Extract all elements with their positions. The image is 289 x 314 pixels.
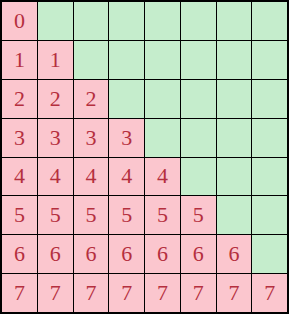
cell-r7-c0-digit: 7 (2, 274, 37, 312)
cell-r5-c6-empty (217, 196, 252, 234)
cell-r3-c2-digit: 3 (74, 119, 109, 157)
cell-r3-c7-empty (252, 119, 287, 157)
cell-r5-c5-digit: 5 (181, 196, 216, 234)
triangular-matrix-board: 011222333344444555555666666677777777 (0, 0, 289, 314)
cell-r3-c1-digit: 3 (38, 119, 73, 157)
cell-r1-c1-digit: 1 (38, 41, 73, 79)
cell-r0-c2-empty (74, 2, 109, 40)
cell-r1-c5-empty (181, 41, 216, 79)
cell-r7-c3-digit: 7 (109, 274, 144, 312)
cell-r0-c1-empty (38, 2, 73, 40)
cell-r7-c7-digit: 7 (252, 274, 287, 312)
cell-r1-c3-empty (109, 41, 144, 79)
cell-r1-c6-empty (217, 41, 252, 79)
cell-r4-c4-digit: 4 (145, 158, 180, 196)
cell-r1-c0-digit: 1 (2, 41, 37, 79)
cell-r2-c1-digit: 2 (38, 80, 73, 118)
cell-r1-c2-empty (74, 41, 109, 79)
cell-r4-c3-digit: 4 (109, 158, 144, 196)
cell-r6-c4-digit: 6 (145, 235, 180, 273)
cell-r4-c5-empty (181, 158, 216, 196)
cell-r7-c4-digit: 7 (145, 274, 180, 312)
cell-r6-c6-digit: 6 (217, 235, 252, 273)
cell-r5-c7-empty (252, 196, 287, 234)
cell-r1-c4-empty (145, 41, 180, 79)
cell-r7-c1-digit: 7 (38, 274, 73, 312)
cell-r5-c4-digit: 5 (145, 196, 180, 234)
cell-r4-c1-digit: 4 (38, 158, 73, 196)
cell-r6-c2-digit: 6 (74, 235, 109, 273)
cell-r0-c6-empty (217, 2, 252, 40)
cell-r2-c6-empty (217, 80, 252, 118)
cell-r1-c7-empty (252, 41, 287, 79)
cell-r3-c0-digit: 3 (2, 119, 37, 157)
cell-r3-c5-empty (181, 119, 216, 157)
cell-r0-c4-empty (145, 2, 180, 40)
cell-r6-c5-digit: 6 (181, 235, 216, 273)
cell-r6-c3-digit: 6 (109, 235, 144, 273)
cell-r7-c5-digit: 7 (181, 274, 216, 312)
cell-r4-c2-digit: 4 (74, 158, 109, 196)
cell-r7-c2-digit: 7 (74, 274, 109, 312)
cell-r3-c3-digit: 3 (109, 119, 144, 157)
cell-r0-c5-empty (181, 2, 216, 40)
cell-r2-c5-empty (181, 80, 216, 118)
cell-r5-c1-digit: 5 (38, 196, 73, 234)
cell-r4-c7-empty (252, 158, 287, 196)
cell-r2-c0-digit: 2 (2, 80, 37, 118)
cell-r2-c2-digit: 2 (74, 80, 109, 118)
cell-r0-c7-empty (252, 2, 287, 40)
cell-r3-c6-empty (217, 119, 252, 157)
cell-r5-c0-digit: 5 (2, 196, 37, 234)
cell-r6-c7-empty (252, 235, 287, 273)
cell-r5-c2-digit: 5 (74, 196, 109, 234)
cell-r5-c3-digit: 5 (109, 196, 144, 234)
cell-r6-c0-digit: 6 (2, 235, 37, 273)
cell-r4-c6-empty (217, 158, 252, 196)
cell-r0-c3-empty (109, 2, 144, 40)
cell-r2-c3-empty (109, 80, 144, 118)
cell-r2-c4-empty (145, 80, 180, 118)
cell-r4-c0-digit: 4 (2, 158, 37, 196)
cell-r7-c6-digit: 7 (217, 274, 252, 312)
cell-r2-c7-empty (252, 80, 287, 118)
cell-r6-c1-digit: 6 (38, 235, 73, 273)
cell-r0-c0-digit: 0 (2, 2, 37, 40)
cell-r3-c4-empty (145, 119, 180, 157)
